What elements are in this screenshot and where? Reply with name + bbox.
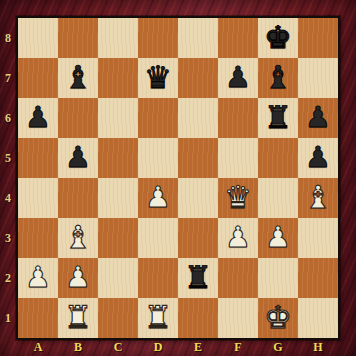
square-h2[interactable] [298,258,338,298]
square-h6[interactable]: ♟ [298,98,338,138]
black-bishop[interactable]: ♝ [64,62,92,93]
square-b5[interactable]: ♟ [58,138,98,178]
file-label-a: A [18,339,58,355]
chess-board-window: ♚♝♛♟♝♟♜♟♟♟♟♛♝♝♟♟♟♟♜♜♜♚ 87654321 ABCDEFGH [0,0,356,356]
chess-board[interactable]: ♚♝♛♟♝♟♜♟♟♟♟♛♝♝♟♟♟♟♜♜♜♚ [18,18,338,338]
square-d1[interactable]: ♜ [138,298,178,338]
black-queen[interactable]: ♛ [144,62,172,93]
square-f7[interactable]: ♟ [218,58,258,98]
rank-label-5: 5 [0,138,16,178]
square-d3[interactable] [138,218,178,258]
square-c1[interactable] [98,298,138,338]
square-a5[interactable] [18,138,58,178]
square-e1[interactable] [178,298,218,338]
black-pawn[interactable]: ♟ [225,63,251,92]
square-b7[interactable]: ♝ [58,58,98,98]
rank-label-8: 8 [0,18,16,58]
rank-label-3: 3 [0,218,16,258]
black-pawn[interactable]: ♟ [305,103,331,132]
square-d5[interactable] [138,138,178,178]
white-bishop[interactable]: ♝ [64,222,92,253]
square-e7[interactable] [178,58,218,98]
square-f5[interactable] [218,138,258,178]
rank-label-7: 7 [0,58,16,98]
square-c8[interactable] [98,18,138,58]
white-pawn[interactable]: ♟ [65,263,91,292]
square-c7[interactable] [98,58,138,98]
square-d7[interactable]: ♛ [138,58,178,98]
square-h8[interactable] [298,18,338,58]
square-f1[interactable] [218,298,258,338]
square-f8[interactable] [218,18,258,58]
square-e4[interactable] [178,178,218,218]
square-h1[interactable] [298,298,338,338]
square-a4[interactable] [18,178,58,218]
black-pawn[interactable]: ♟ [25,103,51,132]
white-rook[interactable]: ♜ [144,302,172,333]
square-e5[interactable] [178,138,218,178]
square-c4[interactable] [98,178,138,218]
square-e8[interactable] [178,18,218,58]
square-c3[interactable] [98,218,138,258]
square-g4[interactable] [258,178,298,218]
square-a2[interactable]: ♟ [18,258,58,298]
square-a8[interactable] [18,18,58,58]
rank-label-6: 6 [0,98,16,138]
square-f3[interactable]: ♟ [218,218,258,258]
square-g7[interactable]: ♝ [258,58,298,98]
square-g1[interactable]: ♚ [258,298,298,338]
square-a3[interactable] [18,218,58,258]
white-pawn[interactable]: ♟ [25,263,51,292]
square-h4[interactable]: ♝ [298,178,338,218]
white-pawn[interactable]: ♟ [265,223,291,252]
file-label-c: C [98,339,138,355]
square-g6[interactable]: ♜ [258,98,298,138]
square-h7[interactable] [298,58,338,98]
square-e2[interactable]: ♜ [178,258,218,298]
square-d4[interactable]: ♟ [138,178,178,218]
square-d8[interactable] [138,18,178,58]
square-e3[interactable] [178,218,218,258]
black-pawn[interactable]: ♟ [305,143,331,172]
square-b6[interactable] [58,98,98,138]
square-c5[interactable] [98,138,138,178]
square-g3[interactable]: ♟ [258,218,298,258]
file-label-f: F [218,339,258,355]
square-d2[interactable] [138,258,178,298]
board-frame: ♚♝♛♟♝♟♜♟♟♟♟♛♝♝♟♟♟♟♜♜♜♚ [16,16,340,340]
black-rook[interactable]: ♜ [184,262,212,293]
square-b8[interactable] [58,18,98,58]
white-king[interactable]: ♚ [264,302,292,333]
square-c2[interactable] [98,258,138,298]
square-f2[interactable] [218,258,258,298]
rank-label-2: 2 [0,258,16,298]
square-e6[interactable] [178,98,218,138]
file-label-b: B [58,339,98,355]
white-bishop[interactable]: ♝ [304,182,332,213]
square-b4[interactable] [58,178,98,218]
square-h5[interactable]: ♟ [298,138,338,178]
file-label-h: H [298,339,338,355]
square-a6[interactable]: ♟ [18,98,58,138]
square-g2[interactable] [258,258,298,298]
square-g8[interactable]: ♚ [258,18,298,58]
square-b1[interactable]: ♜ [58,298,98,338]
white-queen[interactable]: ♛ [224,182,252,213]
white-pawn[interactable]: ♟ [145,183,171,212]
rank-label-1: 1 [0,298,16,338]
square-f6[interactable] [218,98,258,138]
black-rook[interactable]: ♜ [264,102,292,133]
black-pawn[interactable]: ♟ [65,143,91,172]
rank-label-4: 4 [0,178,16,218]
white-rook[interactable]: ♜ [64,302,92,333]
black-king[interactable]: ♚ [264,22,292,53]
square-g5[interactable] [258,138,298,178]
square-b3[interactable]: ♝ [58,218,98,258]
file-label-d: D [138,339,178,355]
square-f4[interactable]: ♛ [218,178,258,218]
file-label-e: E [178,339,218,355]
square-h3[interactable] [298,218,338,258]
square-a1[interactable] [18,298,58,338]
square-b2[interactable]: ♟ [58,258,98,298]
white-pawn[interactable]: ♟ [225,223,251,252]
square-a7[interactable] [18,58,58,98]
file-label-g: G [258,339,298,355]
square-d6[interactable] [138,98,178,138]
black-bishop[interactable]: ♝ [264,62,292,93]
square-c6[interactable] [98,98,138,138]
